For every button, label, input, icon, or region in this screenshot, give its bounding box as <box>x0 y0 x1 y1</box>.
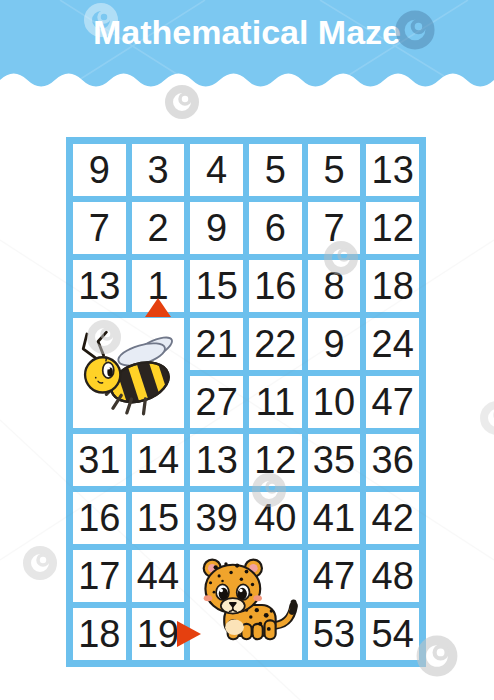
jaguar-icon <box>190 555 301 655</box>
maze-cell-r4c4: 22 <box>249 318 302 370</box>
maze-cell-r3c1: 13 <box>73 260 126 312</box>
maze-cell-r3c5: 8 <box>308 260 361 312</box>
maze-cell-r2c2: 2 <box>132 202 185 254</box>
page-title: Mathematical Maze <box>0 13 494 52</box>
maze-cell-r7c4: 40 <box>249 492 302 544</box>
maze-cell-r9c1: 18 <box>73 608 126 660</box>
jaguar-image-cell <box>190 550 301 660</box>
maze-cell-r2c1: 7 <box>73 202 126 254</box>
maze-cell-r6c3: 13 <box>190 434 243 486</box>
maze-cell-r7c6: 42 <box>366 492 419 544</box>
maze-cell-r7c3: 39 <box>190 492 243 544</box>
maze-cell-r1c5: 5 <box>308 144 361 196</box>
maze-cell-r7c2: 15 <box>132 492 185 544</box>
maze-cell-r5c4: 11 <box>249 376 302 428</box>
maze-cell-r9c6: 54 <box>366 608 419 660</box>
maze-cell-r1c1: 9 <box>73 144 126 196</box>
maze-cell-r8c6: 48 <box>366 550 419 602</box>
finish-arrow-icon <box>177 621 201 647</box>
start-arrow-icon <box>145 298 171 317</box>
maze-cell-r2c4: 6 <box>249 202 302 254</box>
maze-cell-r8c2: 44 <box>132 550 185 602</box>
maze-cell-r2c3: 9 <box>190 202 243 254</box>
maze-cell-r5c5: 10 <box>308 376 361 428</box>
maze-cell-r4c6: 24 <box>366 318 419 370</box>
maze-cell-r3c6: 18 <box>366 260 419 312</box>
maze-cell-r6c1: 31 <box>73 434 126 486</box>
maze-cell-r6c5: 35 <box>308 434 361 486</box>
maze-cell-r1c4: 5 <box>249 144 302 196</box>
worksheet-page: Mathematical Maze 9345513729671213115168… <box>0 0 494 700</box>
maze-cell-r5c3: 27 <box>190 376 243 428</box>
maze-grid: 9345513729671213115168182122924271110473… <box>66 137 426 667</box>
maze-cell-r9c5: 53 <box>308 608 361 660</box>
maze-cell-r5c6: 47 <box>366 376 419 428</box>
maze-cell-r6c2: 14 <box>132 434 185 486</box>
maze-cell-r1c2: 3 <box>132 144 185 196</box>
maze-cell-r8c5: 47 <box>308 550 361 602</box>
maze-cell-r4c5: 9 <box>308 318 361 370</box>
maze-cell-r2c6: 12 <box>366 202 419 254</box>
maze-cell-r8c1: 17 <box>73 550 126 602</box>
maze-cell-r7c1: 16 <box>73 492 126 544</box>
bee-image-cell <box>73 318 184 428</box>
bee-icon <box>73 326 184 420</box>
maze-cell-r3c4: 16 <box>249 260 302 312</box>
maze-cell-r4c3: 21 <box>190 318 243 370</box>
maze-cell-r3c3: 15 <box>190 260 243 312</box>
maze-cell-r7c5: 41 <box>308 492 361 544</box>
maze-cell-r1c6: 13 <box>366 144 419 196</box>
maze-cell-r1c3: 4 <box>190 144 243 196</box>
maze-cell-r6c4: 12 <box>249 434 302 486</box>
maze-cell-r6c6: 36 <box>366 434 419 486</box>
maze-cell-r2c5: 7 <box>308 202 361 254</box>
